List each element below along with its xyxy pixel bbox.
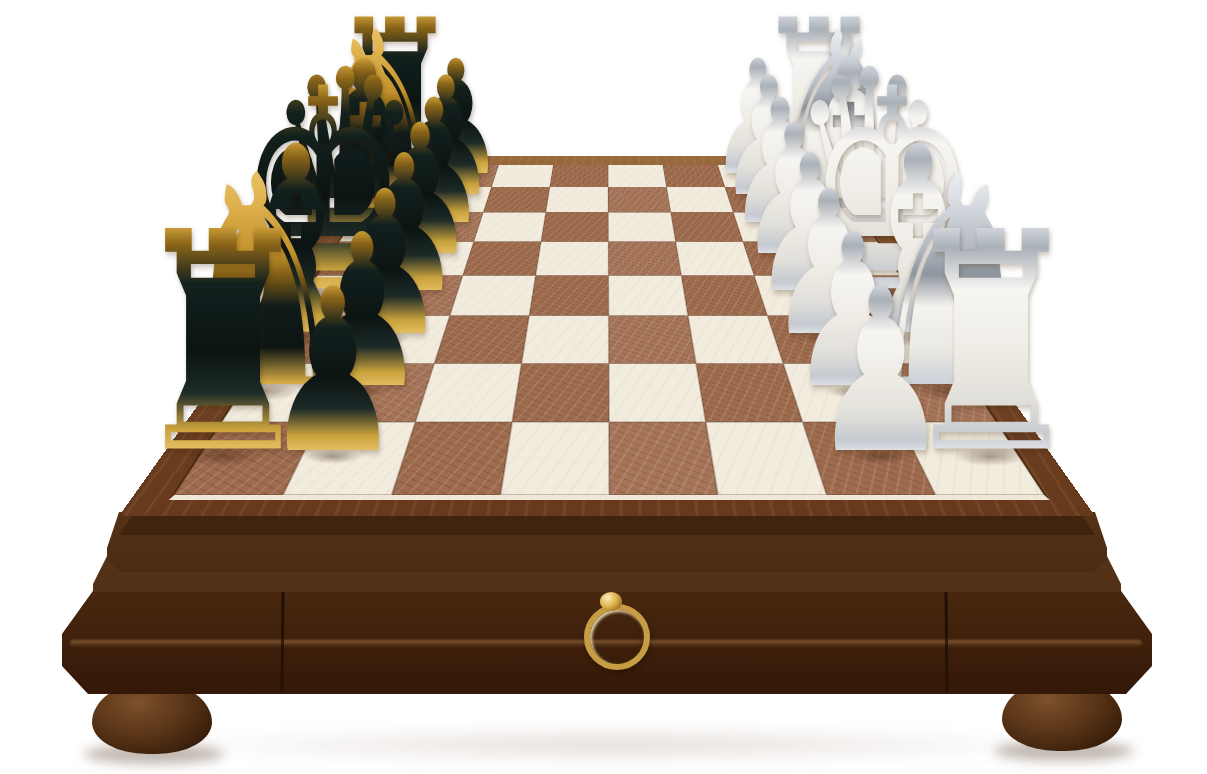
piece-white-pawn-h2[interactable]: ♟ (812, 260, 950, 486)
pieces-layer: ♜♞♝♛♚♝♞♜♟♟♟♟♟♟♟♟♟♟♟♟♟♟♟♟♜♞♝♛♚♝♞♜ (0, 0, 1207, 774)
piece-black-pawn-h7[interactable]: ♟ (264, 260, 402, 486)
chess-set-photo: Overhead-front photo of a luxury chess s… (0, 0, 1207, 774)
